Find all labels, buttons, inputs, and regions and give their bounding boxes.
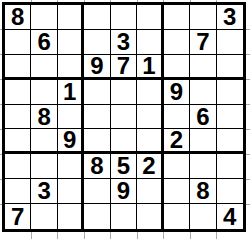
sudoku-cell-given: 3 (111, 30, 137, 55)
grid-tick (31, 232, 32, 239)
sudoku-cell-empty[interactable] (164, 179, 190, 204)
grid-tick (110, 232, 111, 239)
sudoku-cell-empty[interactable] (5, 105, 31, 130)
sudoku-cell-given: 9 (84, 55, 110, 80)
sudoku-cell-empty[interactable] (84, 179, 110, 204)
grid-tick (246, 79, 250, 80)
grid-tick (246, 154, 250, 155)
sudoku-cell-empty[interactable] (190, 154, 216, 179)
sudoku-cell-empty[interactable] (164, 30, 190, 55)
grid-tick (84, 232, 85, 239)
grid-tick (246, 29, 250, 30)
sudoku-cell-given: 1 (137, 55, 163, 80)
sudoku-cell-empty[interactable] (31, 129, 57, 154)
sudoku-cell-empty[interactable] (84, 204, 110, 229)
sudoku-cell-given: 1 (58, 80, 84, 105)
sudoku-cell-empty[interactable] (137, 204, 163, 229)
grid-tick (0, 54, 2, 55)
grid-tick (0, 154, 2, 155)
sudoku-cell-given: 2 (137, 154, 163, 179)
grid-tick (0, 104, 2, 105)
sudoku-cell-given: 8 (31, 105, 57, 130)
sudoku-cell-empty[interactable] (84, 80, 110, 105)
grid-tick (216, 0, 217, 2)
grid-tick (0, 29, 2, 30)
sudoku-cell-given: 4 (217, 204, 243, 229)
grid-tick (57, 232, 58, 239)
grid-tick (0, 129, 2, 130)
sudoku-cell-empty[interactable] (190, 204, 216, 229)
grid-tick (163, 0, 164, 2)
sudoku-cell-given: 9 (58, 129, 84, 154)
sudoku-cell-given: 2 (164, 129, 190, 154)
sudoku-cell-empty[interactable] (111, 129, 137, 154)
sudoku-cell-empty[interactable] (190, 129, 216, 154)
grid-tick (0, 79, 2, 80)
sudoku-cell-empty[interactable] (5, 154, 31, 179)
sudoku-cell-empty[interactable] (217, 129, 243, 154)
grid-tick (110, 0, 111, 2)
grid-tick (57, 0, 58, 2)
grid-tick (84, 0, 85, 2)
grid-tick (246, 179, 250, 180)
sudoku-cell-empty[interactable] (31, 80, 57, 105)
sudoku-cell-given: 8 (5, 5, 31, 30)
sudoku-cell-empty[interactable] (217, 30, 243, 55)
sudoku-cell-empty[interactable] (58, 30, 84, 55)
grid-tick (137, 0, 138, 2)
sudoku-cell-given: 9 (111, 179, 137, 204)
sudoku-cell-empty[interactable] (137, 179, 163, 204)
sudoku-cell-empty[interactable] (111, 105, 137, 130)
grid-tick (190, 232, 191, 239)
sudoku-cell-empty[interactable] (58, 105, 84, 130)
grid-tick (31, 0, 32, 2)
sudoku-cell-empty[interactable] (190, 5, 216, 30)
sudoku-cell-empty[interactable] (111, 5, 137, 30)
sudoku-cell-empty[interactable] (31, 204, 57, 229)
sudoku-cell-given: 8 (190, 179, 216, 204)
sudoku-cell-empty[interactable] (5, 55, 31, 80)
sudoku-cell-empty[interactable] (5, 80, 31, 105)
sudoku-cell-empty[interactable] (111, 80, 137, 105)
sudoku-cell-given: 3 (217, 5, 243, 30)
sudoku-cell-given: 6 (31, 30, 57, 55)
sudoku-cell-empty[interactable] (5, 179, 31, 204)
sudoku-cell-empty[interactable] (5, 30, 31, 55)
sudoku-cell-given: 6 (190, 105, 216, 130)
sudoku-cell-given: 7 (5, 204, 31, 229)
sudoku-cell-empty[interactable] (31, 55, 57, 80)
sudoku-cell-empty[interactable] (217, 154, 243, 179)
sudoku-cell-empty[interactable] (31, 5, 57, 30)
grid-tick (216, 232, 217, 239)
sudoku-cell-given: 3 (31, 179, 57, 204)
grid-tick (0, 204, 2, 205)
sudoku-cell-given: 8 (84, 154, 110, 179)
sudoku-cell-empty[interactable] (164, 204, 190, 229)
sudoku-cell-given: 7 (111, 55, 137, 80)
grid-tick (0, 179, 2, 180)
sudoku-cell-empty[interactable] (58, 204, 84, 229)
sudoku-cell-empty[interactable] (217, 55, 243, 80)
sudoku-cell-given: 7 (190, 30, 216, 55)
sudoku-cell-empty[interactable] (164, 5, 190, 30)
grid-tick (246, 204, 250, 205)
sudoku-cell-given: 5 (111, 154, 137, 179)
sudoku-cell-empty[interactable] (164, 105, 190, 130)
grid-tick (190, 0, 191, 2)
sudoku-cell-empty[interactable] (58, 55, 84, 80)
sudoku-cell-empty[interactable] (217, 105, 243, 130)
sudoku-cell-empty[interactable] (58, 154, 84, 179)
sudoku-cell-empty[interactable] (137, 30, 163, 55)
sudoku-cell-empty[interactable] (137, 5, 163, 30)
sudoku-cell-empty[interactable] (111, 204, 137, 229)
sudoku-cell-empty[interactable] (58, 179, 84, 204)
sudoku-cell-empty[interactable] (31, 154, 57, 179)
sudoku-cell-empty[interactable] (5, 129, 31, 154)
sudoku-grid: 8363797119869285239874 (2, 2, 246, 232)
sudoku-cell-empty[interactable] (137, 105, 163, 130)
grid-tick (246, 129, 250, 130)
grid-tick (137, 232, 138, 239)
sudoku-cell-empty[interactable] (58, 5, 84, 30)
sudoku-cell-empty[interactable] (84, 105, 110, 130)
sudoku-cell-empty[interactable] (137, 80, 163, 105)
grid-tick (246, 54, 250, 55)
sudoku-cell-empty[interactable] (164, 55, 190, 80)
sudoku-cell-empty[interactable] (217, 179, 243, 204)
sudoku-cell-empty[interactable] (137, 129, 163, 154)
grid-tick (163, 232, 164, 239)
grid-tick (246, 104, 250, 105)
sudoku-cell-empty[interactable] (190, 55, 216, 80)
sudoku-board: 8363797119869285239874 (0, 0, 250, 239)
sudoku-cell-empty[interactable] (84, 129, 110, 154)
sudoku-cell-empty[interactable] (84, 30, 110, 55)
sudoku-cell-empty[interactable] (84, 5, 110, 30)
sudoku-cell-empty[interactable] (190, 80, 216, 105)
sudoku-cell-empty[interactable] (164, 154, 190, 179)
sudoku-cell-given: 9 (164, 80, 190, 105)
sudoku-cell-empty[interactable] (217, 80, 243, 105)
